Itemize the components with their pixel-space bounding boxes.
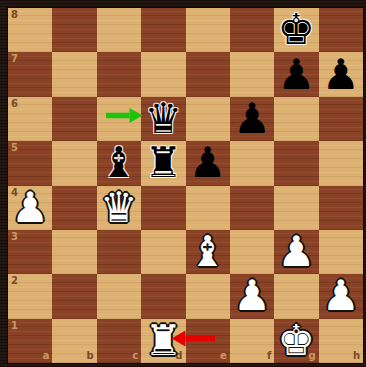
square-h7[interactable]: ♟ (319, 52, 363, 96)
square-c2[interactable] (97, 274, 141, 318)
file-label-f: f (267, 351, 271, 361)
square-d7[interactable] (141, 52, 185, 96)
square-f4[interactable] (230, 186, 274, 230)
square-h2[interactable]: ♟ (319, 274, 363, 318)
square-e8[interactable] (186, 8, 230, 52)
piece-white-king-g1[interactable]: ♚ (278, 319, 316, 363)
square-g1[interactable]: g♚ (274, 319, 318, 363)
piece-white-bishop-e3[interactable]: ♝ (189, 230, 227, 274)
square-f7[interactable] (230, 52, 274, 96)
square-h5[interactable] (319, 141, 363, 185)
square-g3[interactable]: ♟ (274, 230, 318, 274)
square-c5[interactable]: ♝ (97, 141, 141, 185)
square-d3[interactable] (141, 230, 185, 274)
square-g4[interactable] (274, 186, 318, 230)
file-label-a: a (43, 351, 50, 361)
rank-label-8: 8 (11, 10, 18, 20)
square-a2[interactable]: 2 (8, 274, 52, 318)
square-b5[interactable] (52, 141, 96, 185)
piece-black-pawn-e5[interactable]: ♟ (189, 141, 227, 185)
chess-board: 8♚7♟♟6♛♟5♝♜♟4♟♛3♝♟2♟♟1abcd♜efg♚h (8, 8, 363, 363)
square-g7[interactable]: ♟ (274, 52, 318, 96)
piece-black-pawn-h7[interactable]: ♟ (322, 53, 360, 97)
piece-white-queen-c4[interactable]: ♛ (100, 186, 138, 230)
piece-white-pawn-a4[interactable]: ♟ (11, 186, 49, 230)
square-d8[interactable] (141, 8, 185, 52)
square-f6[interactable]: ♟ (230, 97, 274, 141)
rank-label-5: 5 (11, 143, 18, 153)
square-e4[interactable] (186, 186, 230, 230)
square-e2[interactable] (186, 274, 230, 318)
piece-black-rook-d5[interactable]: ♜ (144, 141, 182, 185)
square-c4[interactable]: ♛ (97, 186, 141, 230)
square-b4[interactable] (52, 186, 96, 230)
square-c8[interactable] (97, 8, 141, 52)
square-b7[interactable] (52, 52, 96, 96)
square-a7[interactable]: 7 (8, 52, 52, 96)
square-b2[interactable] (52, 274, 96, 318)
square-b6[interactable] (52, 97, 96, 141)
piece-black-king-g8[interactable]: ♚ (278, 8, 316, 52)
square-d1[interactable]: d♜ (141, 319, 185, 363)
rank-label-1: 1 (11, 321, 18, 331)
square-e6[interactable] (186, 97, 230, 141)
square-a4[interactable]: 4♟ (8, 186, 52, 230)
square-h1[interactable]: h (319, 319, 363, 363)
square-f1[interactable]: f (230, 319, 274, 363)
square-d5[interactable]: ♜ (141, 141, 185, 185)
piece-white-pawn-f2[interactable]: ♟ (233, 274, 271, 318)
square-b3[interactable] (52, 230, 96, 274)
square-c3[interactable] (97, 230, 141, 274)
square-a5[interactable]: 5 (8, 141, 52, 185)
piece-white-rook-d1[interactable]: ♜ (144, 319, 182, 363)
square-e7[interactable] (186, 52, 230, 96)
square-f3[interactable] (230, 230, 274, 274)
square-d6[interactable]: ♛ (141, 97, 185, 141)
square-h8[interactable] (319, 8, 363, 52)
piece-white-pawn-h2[interactable]: ♟ (322, 274, 360, 318)
square-d4[interactable] (141, 186, 185, 230)
square-e5[interactable]: ♟ (186, 141, 230, 185)
rank-label-6: 6 (11, 99, 18, 109)
piece-white-pawn-g3[interactable]: ♟ (278, 230, 316, 274)
square-c1[interactable]: c (97, 319, 141, 363)
square-g6[interactable] (274, 97, 318, 141)
file-label-e: e (220, 351, 227, 361)
square-b1[interactable]: b (52, 319, 96, 363)
square-a3[interactable]: 3 (8, 230, 52, 274)
piece-black-bishop-c5[interactable]: ♝ (100, 141, 138, 185)
square-f2[interactable]: ♟ (230, 274, 274, 318)
square-h3[interactable] (319, 230, 363, 274)
square-g5[interactable] (274, 141, 318, 185)
square-c6[interactable] (97, 97, 141, 141)
rank-label-7: 7 (11, 54, 18, 64)
square-h4[interactable] (319, 186, 363, 230)
piece-black-pawn-f6[interactable]: ♟ (233, 97, 271, 141)
square-g8[interactable]: ♚ (274, 8, 318, 52)
square-d2[interactable] (141, 274, 185, 318)
rank-label-3: 3 (11, 232, 18, 242)
square-f8[interactable] (230, 8, 274, 52)
square-b8[interactable] (52, 8, 96, 52)
square-a1[interactable]: 1a (8, 319, 52, 363)
piece-black-pawn-g7[interactable]: ♟ (278, 53, 316, 97)
square-h6[interactable] (319, 97, 363, 141)
piece-black-queen-d6[interactable]: ♛ (144, 97, 182, 141)
square-e1[interactable]: e (186, 319, 230, 363)
file-label-c: c (132, 351, 138, 361)
file-label-b: b (87, 351, 94, 361)
square-g2[interactable] (274, 274, 318, 318)
square-e3[interactable]: ♝ (186, 230, 230, 274)
chess-app-window: 8♚7♟♟6♛♟5♝♜♟4♟♛3♝♟2♟♟1abcd♜efg♚h (0, 0, 366, 367)
square-f5[interactable] (230, 141, 274, 185)
square-a6[interactable]: 6 (8, 97, 52, 141)
rank-label-2: 2 (11, 276, 18, 286)
square-a8[interactable]: 8 (8, 8, 52, 52)
square-c7[interactable] (97, 52, 141, 96)
file-label-h: h (353, 351, 360, 361)
